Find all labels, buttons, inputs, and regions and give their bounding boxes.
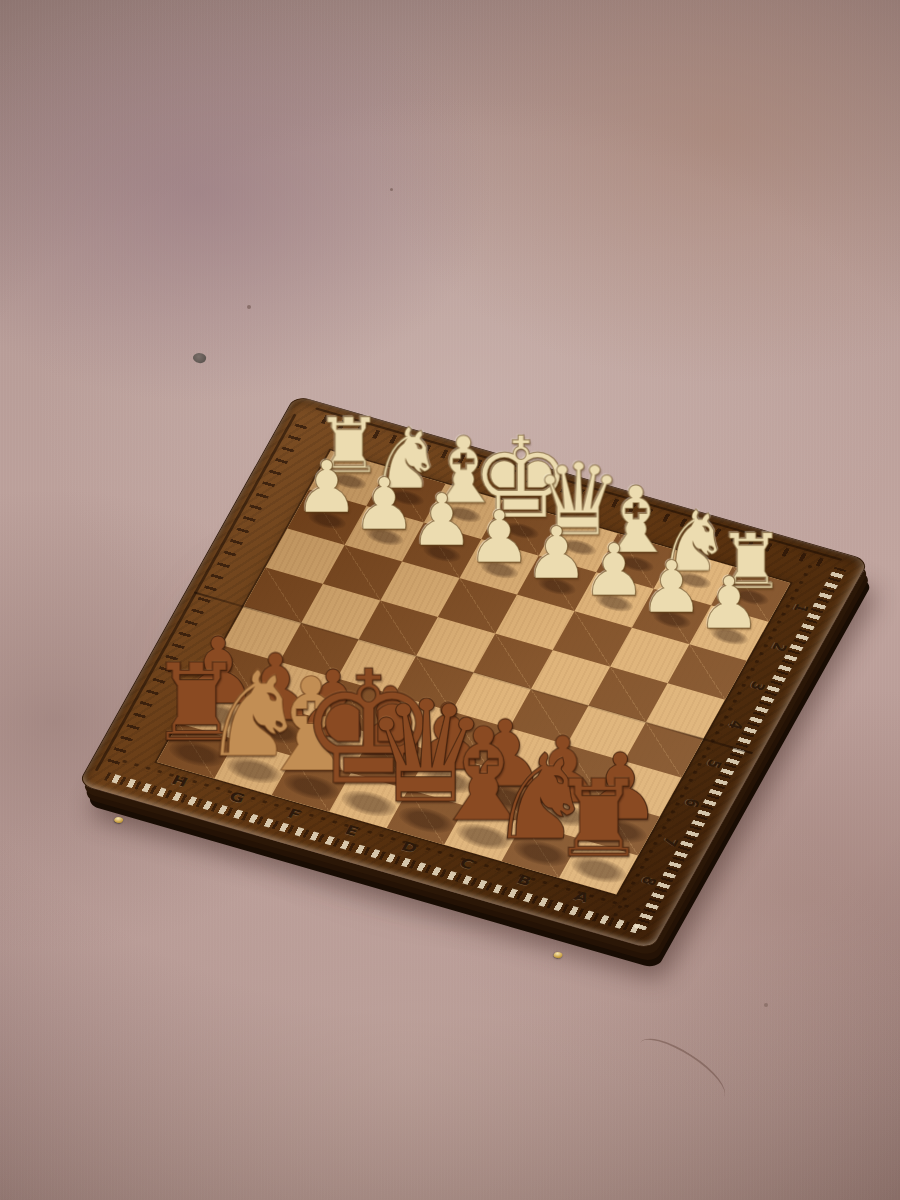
white-pawn-glyph: ♟ (524, 517, 589, 589)
white-pawn-glyph: ♟ (639, 551, 704, 623)
white-pawn-glyph: ♟ (697, 567, 762, 639)
surface-dot (247, 305, 251, 309)
white-pawn-glyph: ♟ (352, 468, 417, 540)
white-pawn-glyph: ♟ (295, 451, 360, 523)
black-rook-glyph: ♜ (551, 766, 647, 873)
white-pawn-glyph: ♟ (467, 501, 532, 573)
white-pawn-glyph: ♟ (409, 484, 474, 556)
white-pawn-glyph: ♟ (582, 534, 647, 606)
surface-dot (390, 188, 393, 191)
